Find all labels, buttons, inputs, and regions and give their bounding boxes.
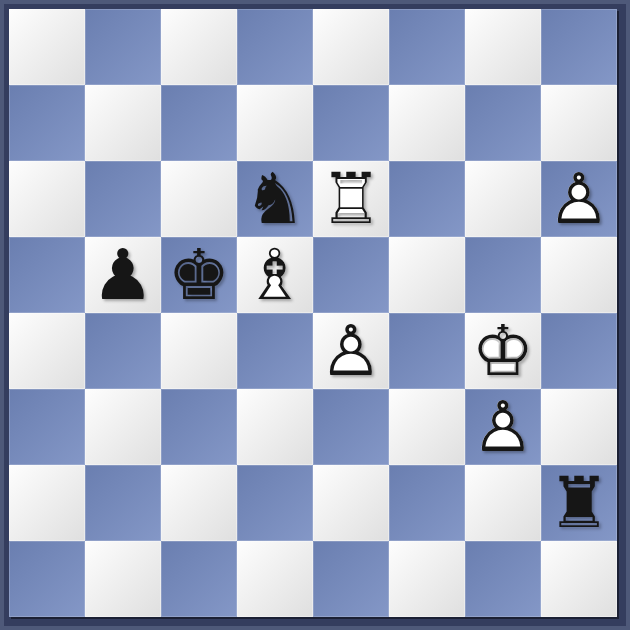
square-a2[interactable] [9, 465, 85, 541]
square-e3[interactable] [313, 389, 389, 465]
square-h5[interactable] [541, 237, 617, 313]
square-h3[interactable] [541, 389, 617, 465]
square-e2[interactable] [313, 465, 389, 541]
square-e8[interactable] [313, 9, 389, 85]
king-outline-glyph: ♔ [465, 313, 541, 389]
square-b1[interactable] [85, 541, 161, 617]
square-h1[interactable] [541, 541, 617, 617]
bishop-outline-glyph: ♗ [237, 237, 313, 313]
square-g7[interactable] [465, 85, 541, 161]
square-g6[interactable] [465, 161, 541, 237]
square-f4[interactable] [389, 313, 465, 389]
chessboard-window: ♞♜♖♟♙♟♚♝♗♟♙♚♔♟♙♜ [0, 0, 630, 630]
square-g3[interactable]: ♟♙ [465, 389, 541, 465]
square-g1[interactable] [465, 541, 541, 617]
square-c1[interactable] [161, 541, 237, 617]
square-d8[interactable] [237, 9, 313, 85]
square-g5[interactable] [465, 237, 541, 313]
white-pawn-h6[interactable]: ♟♙ [541, 161, 617, 237]
square-f2[interactable] [389, 465, 465, 541]
square-b2[interactable] [85, 465, 161, 541]
square-c8[interactable] [161, 9, 237, 85]
pawn-outline-glyph: ♙ [541, 161, 617, 237]
square-f7[interactable] [389, 85, 465, 161]
square-c3[interactable] [161, 389, 237, 465]
square-e7[interactable] [313, 85, 389, 161]
square-g8[interactable] [465, 9, 541, 85]
square-c5[interactable]: ♚ [161, 237, 237, 313]
black-pawn-b5[interactable]: ♟ [85, 237, 161, 313]
square-d7[interactable] [237, 85, 313, 161]
square-f6[interactable] [389, 161, 465, 237]
white-pawn-e4[interactable]: ♟♙ [313, 313, 389, 389]
white-king-g4[interactable]: ♚♔ [465, 313, 541, 389]
square-c7[interactable] [161, 85, 237, 161]
square-g4[interactable]: ♚♔ [465, 313, 541, 389]
square-a4[interactable] [9, 313, 85, 389]
square-b7[interactable] [85, 85, 161, 161]
square-a6[interactable] [9, 161, 85, 237]
square-a3[interactable] [9, 389, 85, 465]
square-a8[interactable] [9, 9, 85, 85]
black-knight-d6[interactable]: ♞ [237, 161, 313, 237]
square-b3[interactable] [85, 389, 161, 465]
chess-board: ♞♜♖♟♙♟♚♝♗♟♙♚♔♟♙♜ [9, 9, 617, 617]
square-e1[interactable] [313, 541, 389, 617]
square-a5[interactable] [9, 237, 85, 313]
square-f1[interactable] [389, 541, 465, 617]
rook-outline-glyph: ♖ [313, 161, 389, 237]
square-d6[interactable]: ♞ [237, 161, 313, 237]
square-h4[interactable] [541, 313, 617, 389]
square-d2[interactable] [237, 465, 313, 541]
square-a7[interactable] [9, 85, 85, 161]
white-pawn-g3[interactable]: ♟♙ [465, 389, 541, 465]
square-h2[interactable]: ♜ [541, 465, 617, 541]
square-g2[interactable] [465, 465, 541, 541]
square-c2[interactable] [161, 465, 237, 541]
square-b4[interactable] [85, 313, 161, 389]
square-f5[interactable] [389, 237, 465, 313]
square-b8[interactable] [85, 9, 161, 85]
white-bishop-d5[interactable]: ♝♗ [237, 237, 313, 313]
square-h7[interactable] [541, 85, 617, 161]
square-e6[interactable]: ♜♖ [313, 161, 389, 237]
pawn-outline-glyph: ♙ [465, 389, 541, 465]
square-e4[interactable]: ♟♙ [313, 313, 389, 389]
black-rook-h2[interactable]: ♜ [541, 465, 617, 541]
pawn-outline-glyph: ♙ [313, 313, 389, 389]
square-e5[interactable] [313, 237, 389, 313]
square-f8[interactable] [389, 9, 465, 85]
square-a1[interactable] [9, 541, 85, 617]
square-d5[interactable]: ♝♗ [237, 237, 313, 313]
square-d3[interactable] [237, 389, 313, 465]
square-c6[interactable] [161, 161, 237, 237]
square-d1[interactable] [237, 541, 313, 617]
square-f3[interactable] [389, 389, 465, 465]
square-h6[interactable]: ♟♙ [541, 161, 617, 237]
square-h8[interactable] [541, 9, 617, 85]
square-d4[interactable] [237, 313, 313, 389]
square-c4[interactable] [161, 313, 237, 389]
white-rook-e6[interactable]: ♜♖ [313, 161, 389, 237]
square-b5[interactable]: ♟ [85, 237, 161, 313]
square-b6[interactable] [85, 161, 161, 237]
black-king-c5[interactable]: ♚ [161, 237, 237, 313]
